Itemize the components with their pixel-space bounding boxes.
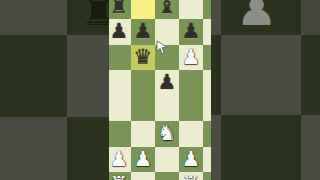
dimmed-board-square (211, 115, 221, 180)
dimmed-board-square (67, 117, 109, 180)
chess-board: ♜♝♟♟♟♛♟♟♞♟♟♟♜♜ (109, 0, 211, 180)
board-square[interactable] (109, 70, 131, 96)
board-square[interactable] (109, 96, 131, 122)
board-square[interactable] (131, 121, 155, 147)
board-square[interactable] (179, 96, 203, 122)
white-pawn-piece[interactable]: ♟ (134, 149, 153, 170)
white-rook-piece[interactable]: ♜ (110, 174, 129, 180)
black-bishop-piece[interactable]: ♝ (158, 0, 177, 17)
dimmed-board-square (301, 115, 320, 180)
board-square[interactable] (179, 70, 203, 96)
white-knight-piece[interactable]: ♞ (158, 123, 177, 144)
board-square[interactable] (203, 0, 211, 19)
board-square[interactable] (179, 0, 203, 19)
board-square[interactable] (131, 172, 155, 180)
dimmed-board-square (0, 0, 67, 35)
white-pawn-piece[interactable]: ♟ (182, 47, 201, 68)
board-square[interactable] (203, 19, 211, 45)
dimmed-board-square (211, 35, 221, 115)
dimmed-board-square (0, 35, 67, 117)
board-square[interactable] (203, 147, 211, 173)
board-square[interactable] (203, 121, 211, 147)
black-queen-piece[interactable]: ♛ (134, 47, 153, 68)
board-square[interactable] (203, 45, 211, 71)
chess-video-thumbnail: ♜ ♟ ♜♝♟♟♟♛♟♟♞♟♟♟♜♜ (0, 0, 320, 180)
board-square[interactable] (179, 121, 203, 147)
white-pawn-piece[interactable]: ♟ (110, 149, 129, 170)
dimmed-board-square (221, 35, 301, 115)
white-pawn-piece[interactable]: ♟ (182, 149, 201, 170)
black-pawn-piece[interactable]: ♟ (110, 21, 129, 42)
board-square[interactable] (203, 70, 211, 96)
black-pawn-piece[interactable]: ♟ (158, 72, 177, 93)
black-rook-piece[interactable]: ♜ (110, 0, 129, 17)
dimmed-board-square (221, 115, 301, 180)
board-square[interactable] (155, 172, 179, 180)
board-square[interactable] (131, 70, 155, 96)
dimmed-board-square (67, 35, 109, 117)
video-board-strip: ♜♝♟♟♟♛♟♟♞♟♟♟♜♜ (109, 0, 211, 180)
white-rook-piece[interactable]: ♜ (182, 174, 201, 180)
black-pawn-piece[interactable]: ♟ (134, 21, 153, 42)
board-square[interactable] (131, 0, 155, 19)
board-square[interactable] (131, 96, 155, 122)
dimmed-board-square (221, 0, 301, 35)
dimmed-board-square (211, 0, 221, 35)
board-square[interactable] (109, 45, 131, 71)
board-square[interactable] (155, 96, 179, 122)
dimmed-board-square (301, 0, 320, 35)
dimmed-board-square (301, 35, 320, 115)
board-square[interactable] (155, 147, 179, 173)
dimmed-board-square (67, 0, 109, 35)
mouse-cursor-icon (156, 40, 169, 54)
board-square[interactable] (109, 121, 131, 147)
black-pawn-piece[interactable]: ♟ (182, 21, 201, 42)
board-square[interactable] (203, 96, 211, 122)
dimmed-board-square (0, 117, 67, 180)
board-square[interactable] (203, 172, 211, 180)
